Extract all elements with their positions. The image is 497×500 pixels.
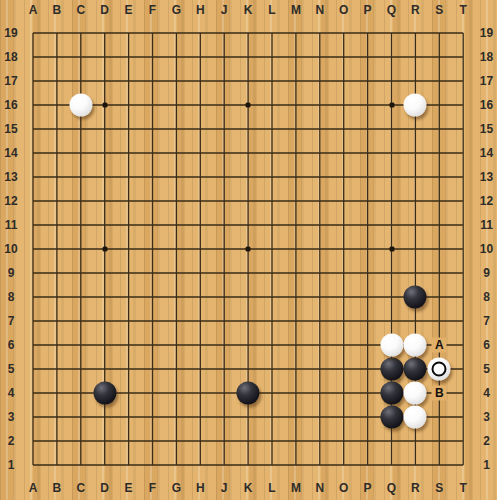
coord-right-1: 1: [483, 459, 490, 471]
coord-right-4: 4: [483, 387, 490, 399]
white-stone-Q6: [380, 334, 403, 357]
coord-left-13: 13: [4, 171, 17, 183]
coord-top-Q: Q: [387, 4, 396, 16]
coord-right-12: 12: [480, 195, 493, 207]
star-point-K16: [246, 103, 251, 108]
star-point-Q16: [389, 103, 394, 108]
coord-bottom-F: F: [149, 482, 156, 494]
coord-right-9: 9: [483, 267, 490, 279]
coord-right-10: 10: [480, 243, 493, 255]
point-label-B-S4[interactable]: B: [432, 386, 447, 401]
coord-bottom-J: J: [221, 482, 228, 494]
white-stone-R4: [404, 382, 427, 405]
coord-right-8: 8: [483, 291, 490, 303]
coord-top-L: L: [268, 4, 275, 16]
coord-top-C: C: [76, 4, 85, 16]
coord-top-S: S: [435, 4, 443, 16]
coord-bottom-L: L: [268, 482, 275, 494]
coord-bottom-K: K: [244, 482, 253, 494]
coord-left-12: 12: [4, 195, 17, 207]
coord-right-2: 2: [483, 435, 490, 447]
coord-right-7: 7: [483, 315, 490, 327]
star-point-K10: [246, 247, 251, 252]
coord-left-11: 11: [5, 219, 18, 231]
coord-top-K: K: [244, 4, 253, 16]
coord-left-15: 15: [4, 123, 17, 135]
coord-bottom-H: H: [196, 482, 205, 494]
coord-left-1: 1: [8, 459, 15, 471]
coord-bottom-N: N: [315, 482, 324, 494]
coord-right-16: 16: [480, 99, 493, 111]
coord-left-5: 5: [8, 363, 15, 375]
coord-right-6: 6: [483, 339, 490, 351]
coord-top-G: G: [172, 4, 181, 16]
coord-left-17: 17: [4, 75, 17, 87]
coord-top-A: A: [29, 4, 38, 16]
coord-top-B: B: [53, 4, 62, 16]
coord-right-5: 5: [483, 363, 490, 375]
coord-left-14: 14: [4, 147, 17, 159]
black-stone-D4: [93, 382, 116, 405]
go-board[interactable]: AABBCCDDEEFFGGHHJJKKLLMMNNOOPPQQRRSSTT19…: [0, 0, 497, 500]
black-stone-R8: [404, 286, 427, 309]
coord-top-D: D: [100, 4, 109, 16]
coord-bottom-T: T: [460, 482, 467, 494]
coord-left-19: 19: [4, 27, 17, 39]
coord-top-M: M: [291, 4, 301, 16]
coord-right-11: 11: [480, 219, 493, 231]
coord-bottom-S: S: [435, 482, 443, 494]
coord-bottom-O: O: [339, 482, 348, 494]
coord-top-N: N: [315, 4, 324, 16]
white-stone-C16: [69, 94, 92, 117]
white-stone-R6: [404, 334, 427, 357]
coord-bottom-M: M: [291, 482, 301, 494]
coord-right-15: 15: [480, 123, 493, 135]
coord-left-2: 2: [8, 435, 15, 447]
coord-top-H: H: [196, 4, 205, 16]
star-point-D16: [102, 103, 107, 108]
coord-right-17: 17: [480, 75, 493, 87]
white-stone-R16: [404, 94, 427, 117]
coord-left-8: 8: [8, 291, 15, 303]
coord-left-9: 9: [8, 267, 15, 279]
coord-right-19: 19: [480, 27, 493, 39]
coord-bottom-Q: Q: [387, 482, 396, 494]
coord-bottom-D: D: [100, 482, 109, 494]
black-stone-Q5: [380, 358, 403, 381]
coord-bottom-G: G: [172, 482, 181, 494]
coord-right-14: 14: [480, 147, 493, 159]
circle-marker-S5: [432, 362, 447, 377]
black-stone-R5: [404, 358, 427, 381]
coord-left-18: 18: [4, 51, 17, 63]
coord-bottom-B: B: [53, 482, 62, 494]
coord-bottom-R: R: [411, 482, 420, 494]
coord-top-R: R: [411, 4, 420, 16]
coord-bottom-P: P: [364, 482, 372, 494]
coord-right-18: 18: [480, 51, 493, 63]
coord-left-10: 10: [4, 243, 17, 255]
coord-left-4: 4: [8, 387, 15, 399]
coord-bottom-C: C: [76, 482, 85, 494]
coord-right-3: 3: [483, 411, 490, 423]
point-label-A-S6[interactable]: A: [432, 338, 447, 353]
coord-right-13: 13: [480, 171, 493, 183]
coord-top-F: F: [149, 4, 156, 16]
star-point-D10: [102, 247, 107, 252]
coord-top-P: P: [364, 4, 372, 16]
coord-top-T: T: [460, 4, 467, 16]
black-stone-Q3: [380, 406, 403, 429]
black-stone-K4: [237, 382, 260, 405]
star-point-Q10: [389, 247, 394, 252]
coord-left-16: 16: [4, 99, 17, 111]
coord-top-O: O: [339, 4, 348, 16]
coord-top-E: E: [125, 4, 133, 16]
coord-left-3: 3: [8, 411, 15, 423]
coord-bottom-A: A: [29, 482, 38, 494]
coord-left-6: 6: [8, 339, 15, 351]
coord-top-J: J: [221, 4, 228, 16]
black-stone-Q4: [380, 382, 403, 405]
coord-left-7: 7: [8, 315, 15, 327]
coord-bottom-E: E: [125, 482, 133, 494]
white-stone-R3: [404, 406, 427, 429]
